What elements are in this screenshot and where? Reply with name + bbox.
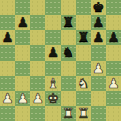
square-g3[interactable]	[91, 76, 106, 91]
square-d2[interactable]: ♚	[45, 91, 60, 106]
square-b6[interactable]	[15, 30, 30, 45]
white-pawn: ♟	[107, 76, 119, 91]
square-f1[interactable]: ♜	[76, 106, 91, 121]
square-a6[interactable]: ♟	[0, 30, 15, 45]
square-f7[interactable]	[76, 15, 91, 30]
square-d5[interactable]: ♟	[45, 45, 60, 60]
white-pawn: ♟	[17, 91, 29, 106]
square-a8[interactable]	[0, 0, 15, 15]
square-g8[interactable]: ♚	[91, 0, 106, 15]
square-b5[interactable]	[15, 45, 30, 60]
black-pawn: ♟	[2, 30, 14, 45]
square-b2[interactable]: ♟	[15, 91, 30, 106]
square-a4[interactable]	[0, 61, 15, 76]
square-d3[interactable]: ♝	[45, 76, 60, 91]
square-c7[interactable]	[30, 15, 45, 30]
square-h7[interactable]	[106, 15, 121, 30]
black-king: ♚	[92, 0, 104, 15]
white-pawn: ♟	[92, 61, 104, 76]
black-pawn: ♟	[92, 30, 104, 45]
white-rook: ♜	[77, 106, 89, 121]
square-b7[interactable]: ♟	[15, 15, 30, 30]
square-h1[interactable]	[106, 106, 121, 121]
square-b4[interactable]	[15, 61, 30, 76]
square-d4[interactable]	[45, 61, 60, 76]
square-a5[interactable]	[0, 45, 15, 60]
square-a1[interactable]	[0, 106, 15, 121]
square-b1[interactable]	[15, 106, 30, 121]
square-e6[interactable]	[61, 30, 76, 45]
square-e5[interactable]: ♞	[61, 45, 76, 60]
square-h2[interactable]	[106, 91, 121, 106]
black-pawn: ♟	[17, 15, 29, 30]
square-g2[interactable]	[91, 91, 106, 106]
square-g7[interactable]: ♟	[91, 15, 106, 30]
square-e2[interactable]	[61, 91, 76, 106]
square-h5[interactable]	[106, 45, 121, 60]
square-c3[interactable]	[30, 76, 45, 91]
square-g1[interactable]	[91, 106, 106, 121]
white-king: ♚	[47, 91, 59, 106]
square-h4[interactable]	[106, 61, 121, 76]
white-pawn: ♟	[2, 91, 14, 106]
square-a2[interactable]: ♟	[0, 91, 15, 106]
square-f2[interactable]	[76, 91, 91, 106]
square-g5[interactable]	[91, 45, 106, 60]
square-c5[interactable]	[30, 45, 45, 60]
black-rook: ♜	[62, 15, 74, 30]
square-f6[interactable]: ♜	[76, 30, 91, 45]
square-h8[interactable]	[106, 0, 121, 15]
square-c4[interactable]	[30, 61, 45, 76]
square-d7[interactable]	[45, 15, 60, 30]
square-e1[interactable]: ♜	[61, 106, 76, 121]
square-e3[interactable]	[61, 76, 76, 91]
square-g4[interactable]: ♟	[91, 61, 106, 76]
white-bishop: ♝	[47, 76, 59, 91]
black-pawn: ♟	[47, 45, 59, 60]
white-rook: ♜	[62, 106, 74, 121]
square-h3[interactable]: ♟	[106, 76, 121, 91]
square-b3[interactable]	[15, 76, 30, 91]
square-a3[interactable]	[0, 76, 15, 91]
square-f5[interactable]	[76, 45, 91, 60]
square-d8[interactable]	[45, 0, 60, 15]
square-b8[interactable]	[15, 0, 30, 15]
square-c1[interactable]	[30, 106, 45, 121]
white-knight: ♞	[77, 76, 89, 91]
square-a7[interactable]	[0, 15, 15, 30]
black-knight: ♞	[62, 45, 74, 60]
square-e7[interactable]: ♜	[61, 15, 76, 30]
square-e4[interactable]	[61, 61, 76, 76]
black-pawn: ♟	[92, 15, 104, 30]
square-c8[interactable]	[30, 0, 45, 15]
square-f4[interactable]	[76, 61, 91, 76]
black-pawn: ♟	[107, 30, 119, 45]
square-f3[interactable]: ♞	[76, 76, 91, 91]
square-e8[interactable]	[61, 0, 76, 15]
square-h6[interactable]: ♟	[106, 30, 121, 45]
square-d1[interactable]	[45, 106, 60, 121]
chess-board: ♚♟♜♟♟♜♟♟♟♞♟♝♞♟♟♟♟♚♜♜	[0, 0, 121, 121]
square-c2[interactable]: ♟	[30, 91, 45, 106]
square-g6[interactable]: ♟	[91, 30, 106, 45]
black-rook: ♜	[77, 30, 89, 45]
square-f8[interactable]	[76, 0, 91, 15]
square-c6[interactable]	[30, 30, 45, 45]
square-d6[interactable]	[45, 30, 60, 45]
white-pawn: ♟	[32, 91, 44, 106]
